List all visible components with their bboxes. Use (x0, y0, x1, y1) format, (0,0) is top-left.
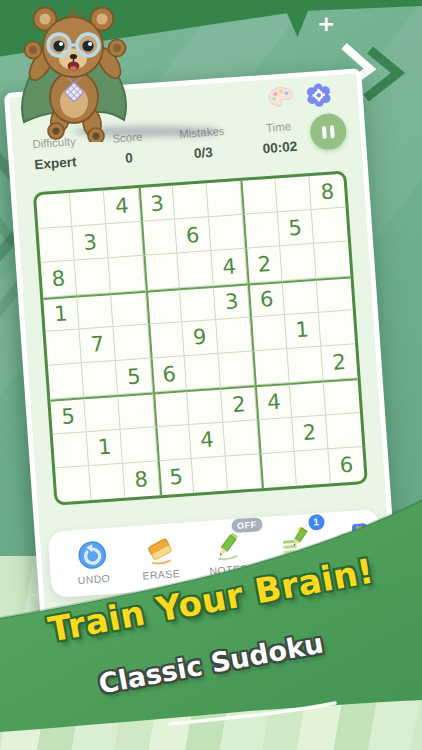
numpad-2[interactable]: 2 (96, 598, 117, 634)
numpad-7[interactable]: 7 (284, 584, 305, 620)
sudoku-cell-r8c9[interactable] (326, 413, 363, 450)
sudoku-cell-r3c5[interactable] (177, 251, 214, 288)
numpad-4[interactable]: 4 (171, 592, 192, 628)
sudoku-cell-r2c4[interactable] (141, 220, 178, 257)
sudoku-cell-r9c6[interactable] (226, 454, 263, 491)
sudoku-cell-r1c8[interactable] (275, 176, 312, 213)
notes-off-badge: OFF (231, 517, 263, 533)
sudoku-cell-r2c1[interactable] (38, 227, 75, 264)
sudoku-cell-r2c6[interactable] (209, 215, 246, 252)
sudoku-cell-r2c7[interactable] (243, 213, 280, 250)
sudoku-grid: 438365842136791562524142856 (36, 174, 365, 503)
hint-button[interactable] (332, 523, 369, 565)
sudoku-cell-r5c5[interactable]: 9 (182, 320, 219, 357)
sudoku-cell-r6c2[interactable] (82, 361, 119, 398)
sudoku-cell-r3c4[interactable] (143, 254, 180, 291)
sudoku-cell-r9c7[interactable] (260, 452, 297, 489)
sudoku-cell-r9c3[interactable]: 8 (123, 461, 160, 498)
sudoku-cell-r4c7[interactable]: 6 (248, 281, 285, 318)
sudoku-cell-r3c9[interactable] (314, 242, 351, 279)
sudoku-cell-r4c5[interactable] (180, 286, 217, 323)
sudoku-cell-r7c2[interactable] (84, 395, 121, 432)
numpad-9[interactable]: 9 (359, 579, 380, 615)
sudoku-cell-r8c7[interactable] (258, 417, 295, 454)
sudoku-cell-r9c9[interactable]: 6 (328, 447, 365, 484)
sudoku-cell-r8c6[interactable] (223, 420, 260, 457)
sudoku-cell-r3c3[interactable] (109, 256, 146, 293)
sudoku-cell-r1c2[interactable] (70, 190, 107, 227)
app-screen: + + (0, 0, 422, 750)
sudoku-cell-r4c6[interactable]: 3 (214, 283, 251, 320)
sudoku-cell-r1c1[interactable] (36, 193, 73, 230)
sudoku-cell-r3c2[interactable] (75, 259, 112, 296)
sudoku-cell-r2c3[interactable] (107, 222, 144, 259)
sudoku-cell-r8c5[interactable]: 4 (189, 422, 226, 459)
sudoku-cell-r1c5[interactable] (173, 183, 210, 220)
undo-icon (76, 539, 108, 571)
sudoku-cell-r5c1[interactable] (46, 329, 83, 366)
settings-gear-icon[interactable] (305, 81, 333, 109)
sudoku-cell-r1c3[interactable]: 4 (104, 188, 141, 225)
sudoku-cell-r4c3[interactable] (111, 290, 148, 327)
sudoku-cell-r5c6[interactable] (216, 317, 253, 354)
sudoku-cell-r2c8[interactable]: 5 (277, 210, 314, 247)
game-card: Difficulty Expert Score 0 Mistakes 0/3 T… (4, 68, 398, 626)
sudoku-cell-r3c6[interactable]: 4 (211, 249, 248, 286)
sudoku-cell-r7c8[interactable] (289, 381, 326, 418)
sudoku-cell-r2c9[interactable] (311, 208, 348, 245)
sudoku-cell-r9c2[interactable] (89, 463, 126, 500)
sudoku-cell-r5c2[interactable]: 7 (80, 327, 117, 364)
sudoku-cell-r8c8[interactable]: 2 (292, 415, 329, 452)
sudoku-cell-r1c6[interactable] (207, 181, 244, 218)
sudoku-cell-r8c4[interactable] (155, 425, 192, 462)
plus-decor: + (317, 11, 335, 36)
undo-button[interactable]: UNDO (62, 538, 123, 587)
theme-palette-icon[interactable] (267, 84, 295, 112)
sudoku-cell-r7c3[interactable] (119, 393, 156, 430)
sudoku-cell-r6c3[interactable]: 5 (116, 359, 153, 396)
sudoku-cell-r6c6[interactable] (219, 352, 256, 389)
sudoku-cell-r2c2[interactable]: 3 (73, 225, 110, 262)
numpad-1[interactable]: 1 (58, 600, 79, 636)
sudoku-cell-r5c7[interactable] (250, 315, 287, 352)
sudoku-cell-r9c4[interactable]: 5 (158, 459, 195, 496)
sudoku-cell-r7c5[interactable] (187, 388, 224, 425)
erase-icon (144, 534, 176, 566)
sudoku-cell-r4c2[interactable] (77, 293, 114, 330)
numpad-3[interactable]: 3 (133, 595, 154, 631)
sudoku-cell-r3c1[interactable]: 8 (41, 261, 78, 298)
sudoku-board: 438365842136791562524142856 (33, 170, 368, 505)
sudoku-cell-r4c9[interactable] (316, 276, 353, 313)
numpad-5[interactable]: 5 (208, 590, 229, 626)
sudoku-cell-r4c8[interactable] (282, 278, 319, 315)
sudoku-cell-r8c3[interactable] (121, 427, 158, 464)
sudoku-cell-r6c1[interactable] (48, 363, 85, 400)
sudoku-cell-r8c2[interactable]: 1 (87, 429, 124, 466)
sudoku-cell-r9c5[interactable] (192, 456, 229, 493)
sudoku-cell-r7c1[interactable]: 5 (50, 398, 87, 435)
sudoku-cell-r1c4[interactable]: 3 (138, 186, 175, 223)
pause-button[interactable] (309, 112, 347, 150)
sudoku-cell-r6c9[interactable]: 2 (321, 344, 358, 381)
mascot-bear (8, 2, 142, 142)
auto-notes-icon (278, 524, 310, 556)
sudoku-cell-r7c6[interactable]: 2 (221, 386, 258, 423)
sudoku-cell-r6c5[interactable] (184, 354, 221, 391)
sudoku-cell-r6c7[interactable] (253, 349, 290, 386)
sudoku-cell-r5c3[interactable] (114, 325, 151, 362)
pause-icon (330, 125, 335, 138)
erase-button[interactable]: ERASE (130, 533, 191, 582)
notes-button[interactable]: OFF NOTES (197, 528, 258, 577)
sudoku-cell-r3c7[interactable]: 2 (246, 247, 283, 284)
sudoku-cell-r6c8[interactable] (287, 347, 324, 384)
numpad-8[interactable]: 8 (321, 582, 342, 618)
sudoku-cell-r9c1[interactable] (55, 466, 92, 503)
hint-icon (331, 523, 370, 565)
sudoku-cell-r9c8[interactable] (294, 449, 331, 486)
sudoku-cell-r7c9[interactable] (323, 378, 360, 415)
sudoku-cell-r5c9[interactable] (319, 310, 356, 347)
sudoku-cell-r5c4[interactable] (148, 322, 185, 359)
sudoku-cell-r7c4[interactable] (153, 390, 190, 427)
sudoku-cell-r6c4[interactable]: 6 (150, 356, 187, 393)
sudoku-cell-r1c9[interactable]: 8 (309, 174, 346, 211)
sudoku-cell-r8c1[interactable] (53, 432, 90, 469)
sudoku-cell-r7c7[interactable]: 4 (255, 383, 292, 420)
sudoku-cell-r1c7[interactable] (241, 178, 278, 215)
sudoku-cell-r2c5[interactable]: 6 (175, 217, 212, 254)
sudoku-cell-r3c8[interactable] (280, 244, 317, 281)
numpad-6[interactable]: 6 (246, 587, 267, 623)
auto-notes-count-badge: 1 (307, 513, 324, 530)
auto-notes-button[interactable]: 1 Auto-Notes (264, 523, 325, 572)
stat-time: Time 00:02 (261, 120, 298, 156)
pause-icon (322, 125, 327, 138)
sudoku-cell-r4c1[interactable]: 1 (43, 295, 80, 332)
sudoku-cell-r4c4[interactable] (146, 288, 183, 325)
notes-icon (211, 529, 243, 561)
sudoku-cell-r5c8[interactable]: 1 (285, 313, 322, 350)
